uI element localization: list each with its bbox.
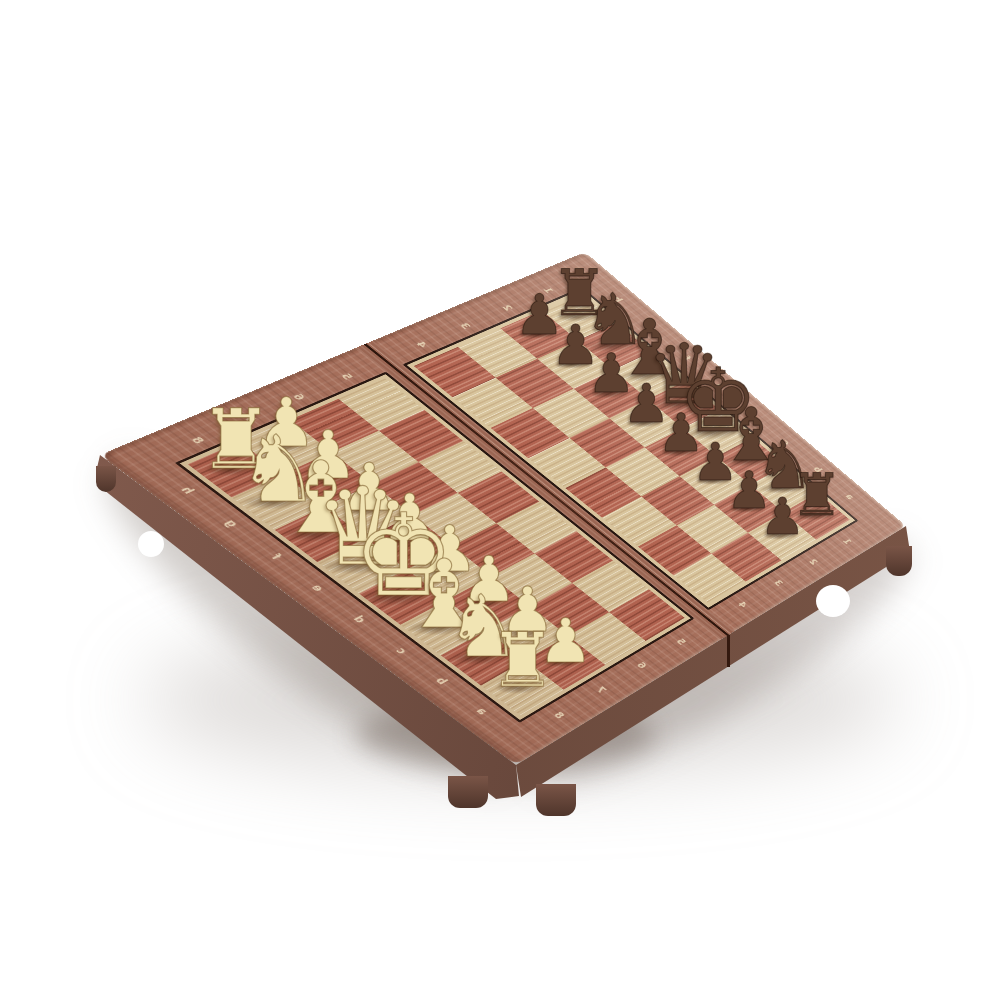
piece-white-rook-a1[interactable]: ♜ xyxy=(489,623,556,698)
rank-label-right: 3 xyxy=(458,321,473,330)
board-foot xyxy=(96,466,116,492)
file-label-near: a xyxy=(474,706,490,716)
rank-label-left: 5 xyxy=(674,637,688,646)
rank-label-right: 5 xyxy=(339,372,355,381)
thumb-notch-left xyxy=(138,531,164,557)
rank-label-right: 2 xyxy=(501,303,516,311)
rank-label-left: 4 xyxy=(736,600,749,609)
board-foot xyxy=(886,546,912,576)
thumb-notch-right xyxy=(816,585,850,617)
rank-label-right: 4 xyxy=(414,340,429,349)
rank-label-left: 6 xyxy=(635,661,649,671)
rank-label-left: 2 xyxy=(807,557,819,566)
file-label-far: a xyxy=(844,493,856,501)
board-foot xyxy=(448,776,488,808)
rank-label-left: 8 xyxy=(552,710,567,720)
board-foot xyxy=(536,784,576,816)
rank-label-left: 3 xyxy=(772,578,785,587)
product-photo-scene: abcdefghabcdefgh1234567812345678 ♜♞♝♚♛♝♞… xyxy=(0,0,1000,1000)
file-label-near: h xyxy=(179,485,197,495)
hinge-seam-side xyxy=(727,635,730,667)
piece-black-pawn-a7[interactable]: ♟ xyxy=(760,493,805,544)
rank-label-left: 7 xyxy=(594,685,609,695)
file-label-near: b xyxy=(434,676,450,686)
rank-label-left: 1 xyxy=(841,537,853,545)
